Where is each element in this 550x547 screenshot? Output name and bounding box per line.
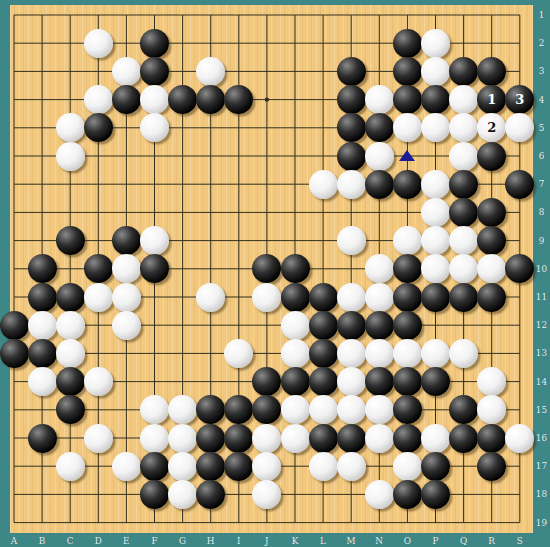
white-stone-O9[interactable] [393, 226, 422, 255]
black-stone-O2[interactable] [393, 29, 422, 58]
black-stone-B16[interactable] [28, 424, 57, 453]
black-stone-Q11[interactable] [449, 283, 478, 312]
white-stone-G16[interactable] [168, 424, 197, 453]
black-stone-A12[interactable] [0, 311, 29, 340]
black-stone-B11[interactable] [28, 283, 57, 312]
black-stone-R6[interactable] [477, 142, 506, 171]
black-stone-P4[interactable] [421, 85, 450, 114]
black-stone-O4[interactable] [393, 85, 422, 114]
white-stone-H3[interactable] [196, 57, 225, 86]
row-label-2: 2 [539, 39, 545, 48]
white-stone-O13[interactable] [393, 339, 422, 368]
white-stone-D2[interactable] [84, 29, 113, 58]
black-stone-P18[interactable] [421, 480, 450, 509]
black-stone-C15[interactable] [56, 395, 85, 424]
black-stone-N5[interactable] [365, 113, 394, 142]
white-stone-I13[interactable] [224, 339, 253, 368]
black-stone-A13[interactable] [0, 339, 29, 368]
row-label-9: 9 [539, 236, 545, 245]
row-label-10: 10 [536, 264, 547, 273]
white-stone-C12[interactable] [56, 311, 85, 340]
black-stone-M5[interactable] [337, 113, 366, 142]
white-stone-P13[interactable] [421, 339, 450, 368]
black-stone-P14[interactable] [421, 367, 450, 396]
black-stone-Q7[interactable] [449, 170, 478, 199]
black-stone-O14[interactable] [393, 367, 422, 396]
black-stone-N12[interactable] [365, 311, 394, 340]
row-label-3: 3 [539, 67, 545, 76]
black-stone-N7[interactable] [365, 170, 394, 199]
col-label-D: D [95, 536, 102, 545]
white-stone-F9[interactable] [140, 226, 169, 255]
row-label-1: 1 [539, 11, 545, 20]
row-label-17: 17 [536, 462, 547, 471]
white-stone-D4[interactable] [84, 85, 113, 114]
black-stone-O18[interactable] [393, 480, 422, 509]
white-stone-F16[interactable] [140, 424, 169, 453]
white-stone-O17[interactable] [393, 452, 422, 481]
col-label-K: K [292, 536, 299, 545]
col-label-C: C [67, 536, 74, 545]
black-stone-P17[interactable] [421, 452, 450, 481]
white-stone-M13[interactable] [337, 339, 366, 368]
black-stone-I17[interactable] [224, 452, 253, 481]
black-stone-M12[interactable] [337, 311, 366, 340]
row-label-14: 14 [536, 377, 547, 386]
black-stone-D10[interactable] [84, 254, 113, 283]
black-stone-K11[interactable] [281, 283, 310, 312]
white-stone-P7[interactable] [421, 170, 450, 199]
col-label-O: O [404, 536, 411, 545]
col-label-S: S [517, 536, 523, 545]
white-stone-K15[interactable] [281, 395, 310, 424]
black-stone-M4[interactable] [337, 85, 366, 114]
white-stone-G17[interactable] [168, 452, 197, 481]
white-stone-J16[interactable] [252, 424, 281, 453]
col-label-B: B [39, 536, 46, 545]
row-label-15: 15 [536, 405, 547, 414]
white-stone-K12[interactable] [281, 311, 310, 340]
col-label-E: E [123, 536, 130, 545]
white-stone-S16[interactable] [505, 424, 534, 453]
col-label-P: P [432, 536, 438, 545]
white-stone-L15[interactable] [309, 395, 338, 424]
white-stone-C13[interactable] [56, 339, 85, 368]
white-stone-N11[interactable] [365, 283, 394, 312]
black-stone-Q3[interactable] [449, 57, 478, 86]
row-label-7: 7 [539, 180, 545, 189]
white-stone-G18[interactable] [168, 480, 197, 509]
white-stone-E11[interactable] [112, 283, 141, 312]
black-stone-Q8[interactable] [449, 198, 478, 227]
black-stone-F3[interactable] [140, 57, 169, 86]
black-stone-O15[interactable] [393, 395, 422, 424]
white-stone-N4[interactable] [365, 85, 394, 114]
go-board[interactable]: 132 [10, 5, 533, 533]
white-stone-B14[interactable] [28, 367, 57, 396]
black-stone-D5[interactable] [84, 113, 113, 142]
white-stone-P2[interactable] [421, 29, 450, 58]
white-stone-Q13[interactable] [449, 339, 478, 368]
black-stone-K10[interactable] [281, 254, 310, 283]
white-stone-L7[interactable] [309, 170, 338, 199]
col-label-R: R [488, 536, 495, 545]
white-stone-N10[interactable] [365, 254, 394, 283]
col-label-M: M [347, 536, 356, 545]
white-stone-B12[interactable] [28, 311, 57, 340]
black-stone-K14[interactable] [281, 367, 310, 396]
black-stone-H17[interactable] [196, 452, 225, 481]
row-label-6: 6 [539, 152, 545, 161]
white-stone-J17[interactable] [252, 452, 281, 481]
col-label-F: F [151, 536, 157, 545]
move-number-label: 1 [487, 93, 496, 106]
white-stone-M11[interactable] [337, 283, 366, 312]
black-stone-R8[interactable] [477, 198, 506, 227]
col-label-A: A [11, 536, 18, 545]
white-stone-Q9[interactable] [449, 226, 478, 255]
row-label-12: 12 [536, 321, 547, 330]
white-stone-E12[interactable] [112, 311, 141, 340]
white-stone-H11[interactable] [196, 283, 225, 312]
white-stone-M9[interactable] [337, 226, 366, 255]
black-stone-I16[interactable] [224, 424, 253, 453]
black-stone-O10[interactable] [393, 254, 422, 283]
row-label-4: 4 [539, 95, 545, 104]
black-stone-C11[interactable] [56, 283, 85, 312]
col-label-G: G [179, 536, 186, 545]
row-label-19: 19 [536, 518, 547, 527]
white-stone-D14[interactable] [84, 367, 113, 396]
white-stone-M17[interactable] [337, 452, 366, 481]
white-stone-C6[interactable] [56, 142, 85, 171]
row-label-13: 13 [536, 349, 547, 358]
white-stone-N13[interactable] [365, 339, 394, 368]
col-label-Q: Q [460, 536, 467, 545]
black-stone-B13[interactable] [28, 339, 57, 368]
white-stone-K16[interactable] [281, 424, 310, 453]
black-stone-O16[interactable] [393, 424, 422, 453]
white-stone-N6[interactable] [365, 142, 394, 171]
white-stone-N15[interactable] [365, 395, 394, 424]
row-label-5: 5 [539, 123, 545, 132]
black-stone-L14[interactable] [309, 367, 338, 396]
white-stone-C5[interactable] [56, 113, 85, 142]
black-stone-H18[interactable] [196, 480, 225, 509]
white-stone-P8[interactable] [421, 198, 450, 227]
move-number-label: 2 [487, 121, 496, 134]
black-stone-C9[interactable] [56, 226, 85, 255]
black-stone-H16[interactable] [196, 424, 225, 453]
black-stone-F17[interactable] [140, 452, 169, 481]
white-stone-J11[interactable] [252, 283, 281, 312]
star-point [265, 97, 269, 101]
black-stone-Q16[interactable] [449, 424, 478, 453]
white-stone-E17[interactable] [112, 452, 141, 481]
white-stone-K13[interactable] [281, 339, 310, 368]
black-stone-M6[interactable] [337, 142, 366, 171]
black-stone-B10[interactable] [28, 254, 57, 283]
black-stone-E4[interactable] [112, 85, 141, 114]
white-stone-C17[interactable] [56, 452, 85, 481]
black-stone-M3[interactable] [337, 57, 366, 86]
black-stone-L12[interactable] [309, 311, 338, 340]
white-stone-N18[interactable] [365, 480, 394, 509]
white-stone-D11[interactable] [84, 283, 113, 312]
black-stone-S7[interactable] [505, 170, 534, 199]
white-stone-P9[interactable] [421, 226, 450, 255]
row-label-8: 8 [539, 208, 545, 217]
black-stone-R11[interactable] [477, 283, 506, 312]
white-stone-E3[interactable] [112, 57, 141, 86]
black-stone-F18[interactable] [140, 480, 169, 509]
black-stone-O3[interactable] [393, 57, 422, 86]
black-stone-L16[interactable] [309, 424, 338, 453]
col-label-H: H [207, 536, 215, 545]
black-stone-O12[interactable] [393, 311, 422, 340]
black-stone-F2[interactable] [140, 29, 169, 58]
row-label-16: 16 [536, 434, 547, 443]
black-stone-M16[interactable] [337, 424, 366, 453]
col-label-I: I [237, 536, 241, 545]
black-stone-P11[interactable] [421, 283, 450, 312]
white-stone-N16[interactable] [365, 424, 394, 453]
white-stone-F4[interactable] [140, 85, 169, 114]
black-stone-L11[interactable] [309, 283, 338, 312]
black-stone-O7[interactable] [393, 170, 422, 199]
black-stone-R17[interactable] [477, 452, 506, 481]
black-stone-C14[interactable] [56, 367, 85, 396]
white-stone-Q6[interactable] [449, 142, 478, 171]
white-stone-D16[interactable] [84, 424, 113, 453]
white-stone-E10[interactable] [112, 254, 141, 283]
white-stone-P3[interactable] [421, 57, 450, 86]
black-stone-R16[interactable] [477, 424, 506, 453]
row-label-18: 18 [536, 490, 547, 499]
col-label-L: L [320, 536, 326, 545]
black-stone-O11[interactable] [393, 283, 422, 312]
black-stone-N14[interactable] [365, 367, 394, 396]
white-stone-M15[interactable] [337, 395, 366, 424]
col-label-J: J [265, 536, 269, 545]
row-label-11: 11 [536, 293, 547, 302]
black-stone-L13[interactable] [309, 339, 338, 368]
black-stone-R3[interactable] [477, 57, 506, 86]
white-stone-M14[interactable] [337, 367, 366, 396]
white-stone-O5[interactable] [393, 113, 422, 142]
white-stone-M7[interactable] [337, 170, 366, 199]
white-stone-L17[interactable] [309, 452, 338, 481]
white-stone-P16[interactable] [421, 424, 450, 453]
go-app-window: 132 ABCDEFGHIJKLMNOPQRS12345678910111213… [0, 0, 550, 547]
col-label-N: N [375, 536, 383, 545]
black-stone-E9[interactable] [112, 226, 141, 255]
triangle-marker-O6[interactable] [399, 150, 415, 161]
move-number-label: 3 [515, 93, 524, 106]
white-stone-Q4[interactable] [449, 85, 478, 114]
black-stone-G4[interactable] [168, 85, 197, 114]
